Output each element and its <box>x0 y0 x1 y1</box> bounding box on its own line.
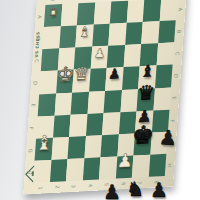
square-b1[interactable] <box>42 26 60 49</box>
square-a2[interactable] <box>60 3 78 26</box>
square-f4[interactable] <box>86 113 104 136</box>
rank-label-top-2: 2 <box>67 0 72 1</box>
piece-black-bishop-d7[interactable]: ♝ <box>140 64 155 81</box>
square-e2[interactable] <box>54 92 72 115</box>
file-label-right-A: A <box>178 8 183 12</box>
rank-label-top-1: 1 <box>51 0 56 1</box>
captured-black-pawn-1[interactable]: ♟ <box>103 182 121 200</box>
square-h3[interactable] <box>66 158 84 181</box>
playing-area: ♜♝♟♚♛♟♝♛♟♝♚♟ <box>33 0 177 183</box>
square-h7[interactable] <box>132 155 150 178</box>
file-label-left-D: D <box>32 81 37 85</box>
square-e3[interactable] <box>71 91 89 114</box>
square-g4[interactable] <box>84 135 102 158</box>
square-e5[interactable] <box>104 90 122 113</box>
square-g2[interactable] <box>51 137 69 160</box>
us-chess-brand: US CHESS <box>34 31 41 58</box>
square-e4[interactable] <box>87 90 105 113</box>
square-f3[interactable] <box>69 114 87 137</box>
file-label-left-A: A <box>36 15 41 19</box>
square-d8[interactable] <box>155 65 173 88</box>
square-g5[interactable] <box>100 134 118 157</box>
file-label-left-G: G <box>27 148 32 152</box>
square-c6[interactable] <box>123 44 141 67</box>
file-label-right-D: D <box>173 74 178 78</box>
square-b6[interactable] <box>125 22 143 45</box>
piece-white-bishop-b3[interactable]: ♝ <box>78 25 91 39</box>
piece-white-rook-a1[interactable]: ♜ <box>48 7 58 18</box>
square-h1[interactable] <box>33 160 51 183</box>
vinyl-mat: US CHESS ♞ ♜♝♟♚♛♟♝♛♟♝♚♟ 1122334455667788… <box>23 0 187 194</box>
square-a4[interactable] <box>93 2 111 25</box>
square-e1[interactable] <box>38 93 56 116</box>
piece-white-pawn-h6[interactable]: ♟ <box>116 152 134 171</box>
file-label-right-H: H <box>167 163 172 167</box>
square-f5[interactable] <box>102 112 120 135</box>
piece-black-queen-e7[interactable]: ♛ <box>136 83 155 104</box>
square-b4[interactable] <box>92 24 110 47</box>
square-a8[interactable] <box>159 0 177 21</box>
piece-white-pawn-c4[interactable]: ♟ <box>94 47 106 60</box>
square-h4[interactable] <box>82 157 100 180</box>
file-label-left-B: B <box>35 37 40 41</box>
chess-board: US CHESS ♞ ♜♝♟♚♛♟♝♛♟♝♚♟ 1122334455667788… <box>23 0 187 194</box>
captured-black-pawn-3[interactable]: ♟ <box>150 180 168 200</box>
square-d1[interactable] <box>39 71 57 94</box>
square-f2[interactable] <box>53 114 71 137</box>
square-b8[interactable] <box>158 20 176 43</box>
file-label-right-C: C <box>174 52 179 56</box>
file-label-left-C: C <box>33 59 38 63</box>
square-b7[interactable] <box>141 21 159 44</box>
rank-label-bottom-2: 2 <box>54 185 59 188</box>
rank-label-bottom-3: 3 <box>71 185 76 188</box>
captured-black-knight-2[interactable]: ♞ <box>126 179 144 199</box>
rank-label-bottom-4: 4 <box>87 184 92 187</box>
file-label-left-H: H <box>25 170 30 174</box>
square-d4[interactable] <box>89 68 107 91</box>
piece-white-queen-d3[interactable]: ♛ <box>73 65 91 84</box>
piece-white-bishop-g1[interactable]: ♝ <box>34 132 54 153</box>
square-h2[interactable] <box>49 159 67 182</box>
file-label-right-B: B <box>176 30 181 34</box>
square-a7[interactable] <box>143 0 161 22</box>
piece-white-king-d2[interactable]: ♚ <box>56 65 75 86</box>
square-h5[interactable] <box>99 156 117 179</box>
square-a5[interactable] <box>110 1 128 24</box>
square-g3[interactable] <box>67 136 85 159</box>
piece-black-king-g7[interactable]: ♚ <box>131 123 155 149</box>
square-b5[interactable] <box>108 23 126 46</box>
square-e6[interactable] <box>120 89 138 112</box>
square-e8[interactable] <box>153 87 171 110</box>
margin-piece-black-pawn[interactable]: ♟ <box>158 127 177 148</box>
square-b2[interactable] <box>59 26 77 49</box>
piece-black-pawn-d5[interactable]: ♟ <box>108 67 121 81</box>
file-label-right-E: E <box>171 97 176 100</box>
square-c8[interactable] <box>156 43 174 66</box>
square-h8[interactable] <box>148 154 166 177</box>
rank-label-bottom-1: 1 <box>38 186 43 189</box>
square-a3[interactable] <box>77 2 95 25</box>
file-label-left-E: E <box>30 104 35 107</box>
square-a6[interactable] <box>126 0 144 23</box>
file-label-left-F: F <box>28 126 33 129</box>
photo-canvas: US CHESS ♞ ♜♝♟♚♛♟♝♛♟♝♚♟ 1122334455667788… <box>0 0 200 200</box>
file-label-right-F: F <box>169 119 174 122</box>
